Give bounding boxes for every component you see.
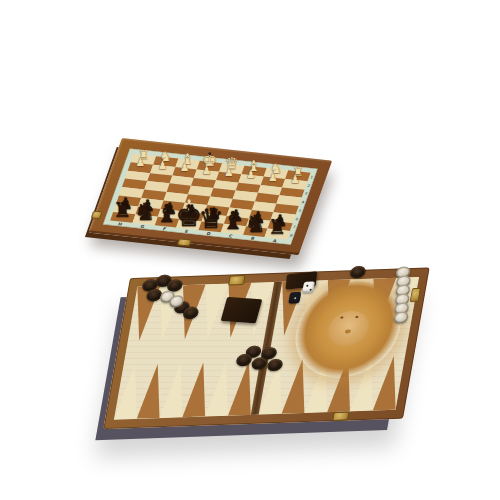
file-label: D [197,230,221,237]
brass-clasp-icon [410,288,421,302]
lion-eye [340,316,343,319]
file-label: F [153,225,177,232]
stage: HGFEDCBA 12345678 ♜♞♝♚♛♝♞♜♟♟♟♟♟♟♟♟♟♟♟♟♟♟… [0,0,500,500]
die-pip [294,297,296,299]
brass-clasp-icon [177,238,192,246]
brass-clasp-icon [332,411,350,421]
die-pip [309,288,311,290]
backgammon-box [103,268,429,430]
file-label: H [108,220,132,227]
chess-board: HGFEDCBA 12345678 [88,138,332,255]
file-label: E [175,228,199,235]
brass-clasp-icon [91,211,103,220]
lion-motif [288,279,409,379]
die-pip [306,284,308,286]
brass-clasp-icon [228,275,246,286]
file-label: G [131,223,155,230]
file-label: B [241,235,265,242]
storage-block [221,297,263,324]
file-label: A [263,237,287,244]
file-label: C [219,232,243,239]
rank-label: 8 [287,231,296,240]
backgammon-checker-dark [349,265,366,278]
